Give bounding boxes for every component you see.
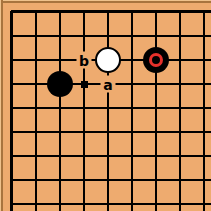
- grid-line-horizontal: [48, 131, 72, 133]
- point-7-1[interactable]: [144, 0, 168, 24]
- point-5-1[interactable]: [96, 0, 120, 24]
- grid-line-horizontal: [48, 59, 72, 61]
- point-6-7[interactable]: [120, 144, 144, 168]
- point-7-3[interactable]: [144, 48, 168, 72]
- point-9-3[interactable]: [192, 48, 211, 72]
- grid-line-horizontal: [168, 155, 192, 157]
- point-9-1[interactable]: [192, 0, 211, 24]
- grid-line-horizontal: [144, 107, 168, 109]
- grid-line-horizontal: [48, 155, 72, 157]
- grid-line-horizontal: [96, 107, 120, 109]
- point-3-9[interactable]: [48, 192, 72, 211]
- grid-line-horizontal: [120, 107, 144, 109]
- point-8-1[interactable]: [168, 0, 192, 24]
- point-3-8[interactable]: [48, 168, 72, 192]
- point-7-9[interactable]: [144, 192, 168, 211]
- point-2-9[interactable]: [24, 192, 48, 211]
- point-3-3[interactable]: [48, 48, 72, 72]
- board-frame-left: [0, 0, 3, 211]
- grid-line-vertical: [131, 192, 133, 211]
- point-4-1[interactable]: [72, 0, 96, 24]
- grid-line-horizontal: [168, 35, 192, 37]
- red-circle-mark-icon: [149, 53, 163, 67]
- point-9-6[interactable]: [192, 120, 211, 144]
- point-5-9[interactable]: [96, 192, 120, 211]
- grid-line-horizontal: [11, 155, 24, 157]
- grid-line-horizontal: [144, 10, 168, 13]
- grid-line-horizontal: [72, 203, 96, 205]
- point-7-5[interactable]: [144, 96, 168, 120]
- point-2-8[interactable]: [24, 168, 48, 192]
- point-7-7[interactable]: [144, 144, 168, 168]
- grid-line-vertical: [155, 192, 157, 211]
- grid-line-horizontal: [24, 10, 48, 13]
- point-5-6[interactable]: [96, 120, 120, 144]
- point-6-6[interactable]: [120, 120, 144, 144]
- grid-line-horizontal: [48, 107, 72, 109]
- point-8-5[interactable]: [168, 96, 192, 120]
- point-1-9[interactable]: [0, 192, 24, 211]
- point-6-8[interactable]: [120, 168, 144, 192]
- grid-line-horizontal: [168, 83, 192, 85]
- grid-line-horizontal: [168, 203, 192, 205]
- grid-line-horizontal: [24, 155, 48, 157]
- point-3-2[interactable]: [48, 24, 72, 48]
- grid-line-vertical: [107, 192, 109, 211]
- point-4-4[interactable]: [72, 72, 96, 96]
- point-7-8[interactable]: [144, 168, 168, 192]
- point-2-4[interactable]: [24, 72, 48, 96]
- point-5-8[interactable]: [96, 168, 120, 192]
- grid-line-horizontal: [72, 35, 96, 37]
- point-4-7[interactable]: [72, 144, 96, 168]
- point-9-8[interactable]: [192, 168, 211, 192]
- point-4-6[interactable]: [72, 120, 96, 144]
- point-5-7[interactable]: [96, 144, 120, 168]
- grid-line-horizontal: [96, 179, 120, 181]
- grid-line-vertical: [59, 192, 61, 211]
- point-7-2[interactable]: [144, 24, 168, 48]
- point-label-a: a: [101, 76, 116, 93]
- grid-line-horizontal: [144, 35, 168, 37]
- grid-line-horizontal: [72, 10, 96, 13]
- point-1-7[interactable]: [0, 144, 24, 168]
- point-1-3[interactable]: [0, 48, 24, 72]
- grid-line-vertical: [203, 192, 205, 211]
- point-6-4[interactable]: [120, 72, 144, 96]
- grid-line-vertical: [10, 192, 13, 211]
- screenshot-stage: ba: [0, 0, 211, 211]
- grid-line-horizontal: [11, 203, 24, 205]
- point-3-5[interactable]: [48, 96, 72, 120]
- grid-line-horizontal: [24, 59, 48, 61]
- grid-line-horizontal: [120, 155, 144, 157]
- point-4-2[interactable]: [72, 24, 96, 48]
- point-8-7[interactable]: [168, 144, 192, 168]
- point-2-1[interactable]: [24, 0, 48, 24]
- grid-line-vertical: [35, 192, 37, 211]
- board-frame-top: [0, 0, 211, 3]
- point-label-b: b: [77, 52, 92, 69]
- grid-line-horizontal: [11, 107, 24, 109]
- point-4-9[interactable]: [72, 192, 96, 211]
- grid-line-horizontal: [168, 107, 192, 109]
- point-6-1[interactable]: [120, 0, 144, 24]
- point-8-3[interactable]: [168, 48, 192, 72]
- grid-line-horizontal: [96, 35, 120, 37]
- board-grid: ba: [0, 0, 211, 211]
- point-2-2[interactable]: [24, 24, 48, 48]
- grid-line-horizontal: [24, 35, 48, 37]
- grid-line-horizontal: [96, 10, 120, 13]
- point-2-5[interactable]: [24, 96, 48, 120]
- grid-line-horizontal: [192, 131, 211, 133]
- grid-line-horizontal: [72, 131, 96, 133]
- grid-line-horizontal: [120, 59, 144, 61]
- point-1-6[interactable]: [0, 120, 24, 144]
- point-1-2[interactable]: [0, 24, 24, 48]
- point-8-9[interactable]: [168, 192, 192, 211]
- point-7-6[interactable]: [144, 120, 168, 144]
- star-point: [81, 81, 88, 88]
- point-3-7[interactable]: [48, 144, 72, 168]
- point-4-8[interactable]: [72, 168, 96, 192]
- black-stone-marked: [143, 47, 169, 73]
- grid-line-horizontal: [168, 59, 192, 61]
- point-8-2[interactable]: [168, 24, 192, 48]
- point-8-6[interactable]: [168, 120, 192, 144]
- grid-line-horizontal: [192, 203, 211, 205]
- grid-line-horizontal: [96, 203, 120, 205]
- grid-line-horizontal: [168, 131, 192, 133]
- grid-line-horizontal: [120, 35, 144, 37]
- grid-line-horizontal: [168, 10, 192, 13]
- grid-line-horizontal: [11, 179, 24, 181]
- grid-line-horizontal: [72, 179, 96, 181]
- point-9-7[interactable]: [192, 144, 211, 168]
- grid-line-horizontal: [96, 155, 120, 157]
- point-3-1[interactable]: [48, 0, 72, 24]
- grid-line-horizontal: [11, 59, 24, 61]
- grid-line-horizontal: [120, 131, 144, 133]
- point-5-2[interactable]: [96, 24, 120, 48]
- grid-line-vertical: [179, 192, 181, 211]
- point-1-4[interactable]: [0, 72, 24, 96]
- grid-line-horizontal: [48, 203, 72, 205]
- point-6-3[interactable]: [120, 48, 144, 72]
- grid-line-horizontal: [120, 179, 144, 181]
- grid-line-horizontal: [24, 131, 48, 133]
- point-5-4[interactable]: a: [96, 72, 120, 96]
- black-stone: [47, 71, 73, 97]
- point-1-8[interactable]: [0, 168, 24, 192]
- point-9-9[interactable]: [192, 192, 211, 211]
- grid-line-horizontal: [96, 131, 120, 133]
- point-2-7[interactable]: [24, 144, 48, 168]
- point-5-3[interactable]: [96, 48, 120, 72]
- grid-line-horizontal: [11, 35, 24, 37]
- grid-line-horizontal: [11, 10, 24, 13]
- grid-line-horizontal: [48, 35, 72, 37]
- grid-line-horizontal: [192, 107, 211, 109]
- point-9-2[interactable]: [192, 24, 211, 48]
- grid-line-horizontal: [24, 107, 48, 109]
- grid-line-horizontal: [72, 155, 96, 157]
- point-4-5[interactable]: [72, 96, 96, 120]
- point-2-6[interactable]: [24, 120, 48, 144]
- point-1-1[interactable]: [0, 0, 24, 24]
- grid-line-horizontal: [72, 107, 96, 109]
- grid-line-horizontal: [48, 10, 72, 13]
- grid-line-horizontal: [192, 155, 211, 157]
- point-3-6[interactable]: [48, 120, 72, 144]
- grid-line-vertical: [83, 192, 85, 211]
- grid-line-horizontal: [24, 203, 48, 205]
- white-stone: [95, 47, 121, 73]
- grid-line-horizontal: [192, 10, 211, 13]
- grid-line-horizontal: [48, 179, 72, 181]
- grid-line-horizontal: [192, 59, 211, 61]
- grid-line-horizontal: [11, 83, 24, 85]
- point-6-5[interactable]: [120, 96, 144, 120]
- grid-line-horizontal: [144, 131, 168, 133]
- grid-line-horizontal: [24, 83, 48, 85]
- point-9-4[interactable]: [192, 72, 211, 96]
- grid-line-horizontal: [192, 83, 211, 85]
- grid-line-horizontal: [120, 10, 144, 13]
- grid-line-horizontal: [120, 83, 144, 85]
- grid-line-horizontal: [144, 179, 168, 181]
- point-3-4[interactable]: [48, 72, 72, 96]
- grid-line-horizontal: [168, 179, 192, 181]
- grid-line-horizontal: [11, 131, 24, 133]
- point-1-5[interactable]: [0, 96, 24, 120]
- grid-line-horizontal: [120, 203, 144, 205]
- point-4-3[interactable]: b: [72, 48, 96, 72]
- grid-line-horizontal: [24, 179, 48, 181]
- point-8-8[interactable]: [168, 168, 192, 192]
- grid-line-horizontal: [144, 155, 168, 157]
- point-6-9[interactable]: [120, 192, 144, 211]
- grid-line-horizontal: [192, 35, 211, 37]
- grid-line-horizontal: [192, 179, 211, 181]
- go-board-diagram: ba: [0, 0, 211, 211]
- grid-line-horizontal: [144, 83, 168, 85]
- point-9-5[interactable]: [192, 96, 211, 120]
- grid-line-horizontal: [144, 203, 168, 205]
- point-6-2[interactable]: [120, 24, 144, 48]
- point-2-3[interactable]: [24, 48, 48, 72]
- point-5-5[interactable]: [96, 96, 120, 120]
- point-7-4[interactable]: [144, 72, 168, 96]
- point-8-4[interactable]: [168, 72, 192, 96]
